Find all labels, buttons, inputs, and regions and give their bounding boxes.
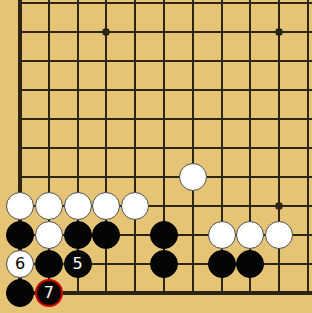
move-number-label: 6 xyxy=(15,256,25,272)
stone-white-A2[interactable]: 6 xyxy=(6,250,34,278)
star-point xyxy=(276,202,283,209)
star-point xyxy=(103,28,110,35)
stone-black-F2[interactable] xyxy=(150,250,178,278)
stone-white-E4[interactable] xyxy=(121,192,149,220)
grid-hline xyxy=(18,118,312,120)
grid-hline xyxy=(18,89,312,91)
stone-white-H3[interactable] xyxy=(208,221,236,249)
stone-white-A4[interactable] xyxy=(6,192,34,220)
move-number-label: 5 xyxy=(73,256,83,272)
stone-black-B1[interactable]: 7 xyxy=(35,279,63,307)
stone-black-A1[interactable] xyxy=(6,279,34,307)
stone-black-H2[interactable] xyxy=(208,250,236,278)
stone-white-J3[interactable] xyxy=(236,221,264,249)
stone-black-D3[interactable] xyxy=(92,221,120,249)
stone-black-C2[interactable]: 5 xyxy=(64,250,92,278)
stone-white-G5[interactable] xyxy=(179,163,207,191)
stone-black-J2[interactable] xyxy=(236,250,264,278)
grid-hline xyxy=(18,2,312,4)
move-number-label: 7 xyxy=(44,285,54,301)
stone-white-B3[interactable] xyxy=(35,221,63,249)
grid-hline xyxy=(18,176,312,178)
stone-black-F3[interactable] xyxy=(150,221,178,249)
stone-white-K3[interactable] xyxy=(265,221,293,249)
grid-hline xyxy=(18,60,312,62)
stone-black-C3[interactable] xyxy=(64,221,92,249)
grid-hline xyxy=(18,31,312,33)
stone-black-A3[interactable] xyxy=(6,221,34,249)
stone-black-B2[interactable] xyxy=(35,250,63,278)
grid-hline xyxy=(18,147,312,149)
star-point xyxy=(276,28,283,35)
go-board[interactable]: 657 xyxy=(0,0,312,313)
go-diagram: 657 xyxy=(0,0,312,313)
stone-white-C4[interactable] xyxy=(64,192,92,220)
stone-white-B4[interactable] xyxy=(35,192,63,220)
stone-white-D4[interactable] xyxy=(92,192,120,220)
